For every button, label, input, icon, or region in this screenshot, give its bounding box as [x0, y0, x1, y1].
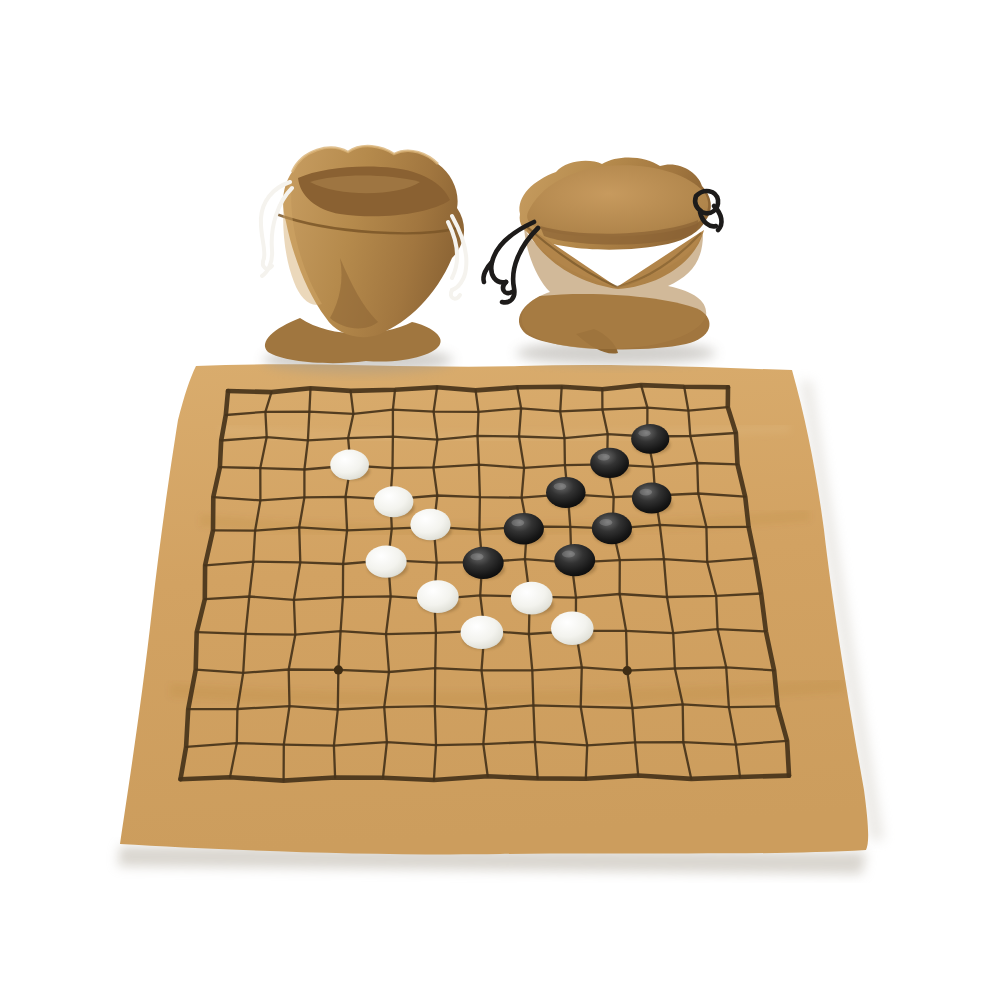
- black-stone-highlight: [511, 519, 524, 526]
- star-point: [623, 666, 632, 675]
- black-stone-highlight: [640, 489, 653, 496]
- black-stone: [546, 477, 586, 508]
- white-stone: [330, 450, 369, 480]
- black-stone: [631, 424, 669, 454]
- white-stone: [374, 486, 414, 517]
- black-stone-highlight: [638, 430, 650, 437]
- black-stone: [504, 513, 544, 545]
- black-stone: [632, 483, 672, 514]
- white-stone: [551, 612, 594, 645]
- black-stone: [463, 547, 504, 579]
- black-stone-highlight: [562, 551, 575, 558]
- go-board-cloth: [120, 364, 868, 854]
- black-stone-highlight: [600, 519, 613, 526]
- photo-canvas: [0, 0, 990, 990]
- white-stone: [511, 582, 553, 615]
- go-set-product-photo: [0, 0, 990, 990]
- left-stone-bag: [261, 146, 466, 373]
- black-stone-highlight: [598, 454, 610, 461]
- star-point: [334, 665, 343, 674]
- black-stone: [592, 513, 632, 545]
- white-stone: [410, 509, 450, 541]
- white-stone: [417, 580, 459, 613]
- black-stone-highlight: [554, 483, 567, 490]
- black-stone-highlight: [470, 553, 483, 560]
- white-stone: [366, 546, 407, 578]
- black-stone: [554, 544, 595, 576]
- white-stone: [461, 616, 504, 649]
- black-stone: [590, 448, 629, 478]
